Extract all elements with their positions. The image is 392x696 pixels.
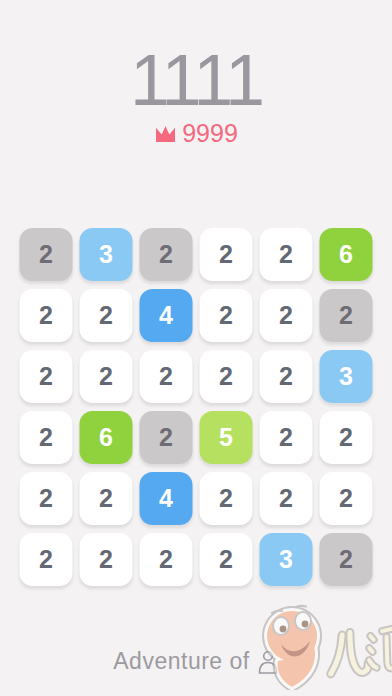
tile-r4c2[interactable]: 6: [80, 411, 133, 464]
tile-r5c2[interactable]: 2: [80, 472, 133, 525]
tile-r2c4[interactable]: 2: [200, 289, 253, 342]
tile-r2c3[interactable]: 4: [140, 289, 193, 342]
tile-r4c3[interactable]: 2: [140, 411, 193, 464]
tile-r6c2[interactable]: 2: [80, 533, 133, 586]
footer: Adventure of: [0, 648, 392, 675]
tile-r5c4[interactable]: 2: [200, 472, 253, 525]
tile-r1c1[interactable]: 2: [20, 228, 73, 281]
tile-r3c2[interactable]: 2: [80, 350, 133, 403]
9game-mascot-icon: [248, 604, 392, 690]
tile-r4c6[interactable]: 2: [320, 411, 373, 464]
game-screen: 1111 9999 232226224222222223262522224222…: [0, 0, 392, 696]
tile-r2c2[interactable]: 2: [80, 289, 133, 342]
tile-r6c5[interactable]: 3: [260, 533, 313, 586]
tile-r5c5[interactable]: 2: [260, 472, 313, 525]
best-score: 9999: [182, 119, 238, 148]
best-score-row: 9999: [0, 119, 392, 148]
tile-r1c4[interactable]: 2: [200, 228, 253, 281]
tile-r2c5[interactable]: 2: [260, 289, 313, 342]
tile-r1c2[interactable]: 3: [80, 228, 133, 281]
tile-r4c5[interactable]: 2: [260, 411, 313, 464]
tile-r2c6[interactable]: 2: [320, 289, 373, 342]
tile-r4c1[interactable]: 2: [20, 411, 73, 464]
game-title: Adventure of: [113, 648, 249, 675]
tile-r5c6[interactable]: 2: [320, 472, 373, 525]
tile-r5c1[interactable]: 2: [20, 472, 73, 525]
current-score: 1111: [0, 44, 392, 116]
tile-r3c6[interactable]: 3: [320, 350, 373, 403]
crown-icon: [154, 124, 177, 143]
tile-r4c4[interactable]: 5: [200, 411, 253, 464]
tile-r3c1[interactable]: 2: [20, 350, 73, 403]
player-icon: [257, 650, 279, 674]
tile-r6c1[interactable]: 2: [20, 533, 73, 586]
tile-r1c3[interactable]: 2: [140, 228, 193, 281]
tile-r3c3[interactable]: 2: [140, 350, 193, 403]
tile-r6c6[interactable]: 2: [320, 533, 373, 586]
tile-r3c4[interactable]: 2: [200, 350, 253, 403]
tile-r1c5[interactable]: 2: [260, 228, 313, 281]
game-board: 232226224222222223262522224222222232: [20, 228, 373, 586]
tile-r2c1[interactable]: 2: [20, 289, 73, 342]
tile-r6c4[interactable]: 2: [200, 533, 253, 586]
tile-r5c3[interactable]: 4: [140, 472, 193, 525]
scoreboard: 1111 9999: [0, 0, 392, 148]
tile-r1c6[interactable]: 6: [320, 228, 373, 281]
tile-r6c3[interactable]: 2: [140, 533, 193, 586]
tile-r3c5[interactable]: 2: [260, 350, 313, 403]
